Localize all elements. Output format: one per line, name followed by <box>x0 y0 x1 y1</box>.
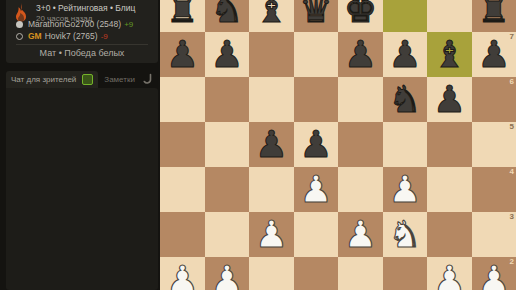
white-player-name[interactable]: MarathonGo2700 (2548) <box>28 19 121 29</box>
black-player-name[interactable]: Hovik7 (2765) <box>45 31 98 41</box>
square-e5[interactable] <box>338 122 383 167</box>
square-g3[interactable] <box>427 212 472 257</box>
square-a5[interactable] <box>160 122 205 167</box>
chat-toggle-icon[interactable] <box>82 74 93 85</box>
square-d6[interactable] <box>294 77 339 122</box>
square-e3[interactable]: ♟ <box>338 212 383 257</box>
square-f7[interactable]: ♟ <box>383 32 428 77</box>
square-d7[interactable] <box>294 32 339 77</box>
square-c3[interactable]: ♟ <box>249 212 294 257</box>
game-meta-panel: 3+0 • Рейтинговая • Блиц 20 часов назад … <box>6 0 158 63</box>
black-pawn: ♟ <box>166 36 199 73</box>
chess-board[interactable]: ♜♞♝♛♚♜8♟♟♟♟♝♟7♞♟6♟♟5♟♟4♟♟♞3♟♟♟♟2♜♞♝♛♚♝♜1 <box>160 0 516 290</box>
tab-notes[interactable]: Заметки <box>98 71 141 88</box>
white-pawn: ♟ <box>210 261 243 290</box>
black-rating-delta: -9 <box>101 32 108 41</box>
square-a2[interactable]: ♟ <box>160 257 205 290</box>
white-pawn: ♟ <box>166 261 199 290</box>
square-b6[interactable] <box>205 77 250 122</box>
chat-panel: Чат для зрителей Заметки <box>6 71 158 290</box>
square-h5[interactable]: 5 <box>472 122 516 167</box>
square-c8[interactable]: ♝ <box>249 0 294 32</box>
square-f6[interactable]: ♞ <box>383 77 428 122</box>
square-b3[interactable] <box>205 212 250 257</box>
black-rook: ♜ <box>166 0 199 28</box>
rank-coordinate-6: 6 <box>510 78 514 86</box>
square-c5[interactable]: ♟ <box>249 122 294 167</box>
black-knight: ♞ <box>210 0 243 28</box>
black-bishop: ♝ <box>255 0 288 28</box>
white-pawn: ♟ <box>388 171 421 208</box>
rank-coordinate-4: 4 <box>510 168 514 176</box>
white-pawn: ♟ <box>255 216 288 253</box>
black-pawn: ♟ <box>210 36 243 73</box>
square-d5[interactable]: ♟ <box>294 122 339 167</box>
square-e4[interactable] <box>338 167 383 212</box>
rank-coordinate-2: 2 <box>510 258 514 266</box>
square-h2[interactable]: ♟2 <box>472 257 516 290</box>
black-pawn: ♟ <box>433 81 466 118</box>
black-pawn: ♟ <box>477 36 510 73</box>
rank-coordinate-7: 7 <box>510 33 514 41</box>
square-b8[interactable]: ♞ <box>205 0 250 32</box>
square-f2[interactable] <box>383 257 428 290</box>
square-e6[interactable] <box>338 77 383 122</box>
black-knight: ♞ <box>388 81 421 118</box>
square-g8[interactable] <box>427 0 472 32</box>
square-a7[interactable]: ♟ <box>160 32 205 77</box>
square-d8[interactable]: ♛ <box>294 0 339 32</box>
square-a6[interactable] <box>160 77 205 122</box>
square-e2[interactable] <box>338 257 383 290</box>
square-g6[interactable]: ♟ <box>427 77 472 122</box>
black-queen: ♛ <box>299 0 332 28</box>
square-h6[interactable]: 6 <box>472 77 516 122</box>
black-pawn: ♟ <box>255 126 288 163</box>
black-pawn: ♟ <box>388 36 421 73</box>
sidebar: 3+0 • Рейтинговая • Блиц 20 часов назад … <box>0 0 160 290</box>
player-row-black[interactable]: GM Hovik7 (2765) -9 <box>16 32 154 40</box>
tab-spectator-chat[interactable]: Чат для зрителей <box>6 71 98 88</box>
chat-messages-area[interactable] <box>6 88 158 290</box>
square-h7[interactable]: ♟7 <box>472 32 516 77</box>
square-a8[interactable]: ♜ <box>160 0 205 32</box>
black-pawn: ♟ <box>299 126 332 163</box>
black-rook: ♜ <box>477 0 510 28</box>
square-d4[interactable]: ♟ <box>294 167 339 212</box>
square-a4[interactable] <box>160 167 205 212</box>
square-d3[interactable] <box>294 212 339 257</box>
square-g4[interactable] <box>427 167 472 212</box>
black-pawn: ♟ <box>344 36 377 73</box>
game-meta-line: 3+0 • Рейтинговая • Блиц <box>36 4 135 13</box>
white-pawn: ♟ <box>433 261 466 290</box>
white-side-icon <box>16 21 23 28</box>
white-pawn: ♟ <box>477 261 510 290</box>
game-result: Мат • Победа белых <box>6 48 158 58</box>
black-side-icon <box>16 33 23 40</box>
black-bishop: ♝ <box>433 36 466 73</box>
square-h8[interactable]: ♜8 <box>472 0 516 32</box>
rank-coordinate-5: 5 <box>510 123 514 131</box>
square-b5[interactable] <box>205 122 250 167</box>
tab-spectator-chat-label: Чат для зрителей <box>11 75 76 84</box>
white-knight: ♞ <box>388 216 421 253</box>
players-block: MarathonGo2700 (2548) +9 GM Hovik7 (2765… <box>16 20 154 44</box>
phone-hook-icon[interactable] <box>142 73 154 86</box>
square-g7[interactable]: ♝ <box>427 32 472 77</box>
square-h4[interactable]: 4 <box>472 167 516 212</box>
square-f3[interactable]: ♞ <box>383 212 428 257</box>
square-e7[interactable]: ♟ <box>338 32 383 77</box>
rank-coordinate-3: 3 <box>510 213 514 221</box>
white-pawn: ♟ <box>299 171 332 208</box>
gm-title-badge: GM <box>28 31 42 41</box>
white-rating-delta: +9 <box>124 20 133 29</box>
player-row-white[interactable]: MarathonGo2700 (2548) +9 <box>16 20 154 28</box>
square-f4[interactable]: ♟ <box>383 167 428 212</box>
square-c2[interactable] <box>249 257 294 290</box>
square-e8[interactable]: ♚ <box>338 0 383 32</box>
square-c7[interactable] <box>249 32 294 77</box>
tab-notes-label: Заметки <box>104 75 135 84</box>
square-c6[interactable] <box>249 77 294 122</box>
black-king: ♚ <box>344 0 377 28</box>
square-b7[interactable]: ♟ <box>205 32 250 77</box>
square-g2[interactable]: ♟ <box>427 257 472 290</box>
square-b2[interactable]: ♟ <box>205 257 250 290</box>
square-a3[interactable] <box>160 212 205 257</box>
square-f5[interactable] <box>383 122 428 167</box>
square-g5[interactable] <box>427 122 472 167</box>
square-h3[interactable]: 3 <box>472 212 516 257</box>
white-pawn: ♟ <box>344 216 377 253</box>
square-b4[interactable] <box>205 167 250 212</box>
chat-tab-bar: Чат для зрителей Заметки <box>6 71 158 88</box>
meta-divider <box>16 44 148 45</box>
square-d2[interactable] <box>294 257 339 290</box>
square-c4[interactable] <box>249 167 294 212</box>
square-f8[interactable] <box>383 0 428 32</box>
